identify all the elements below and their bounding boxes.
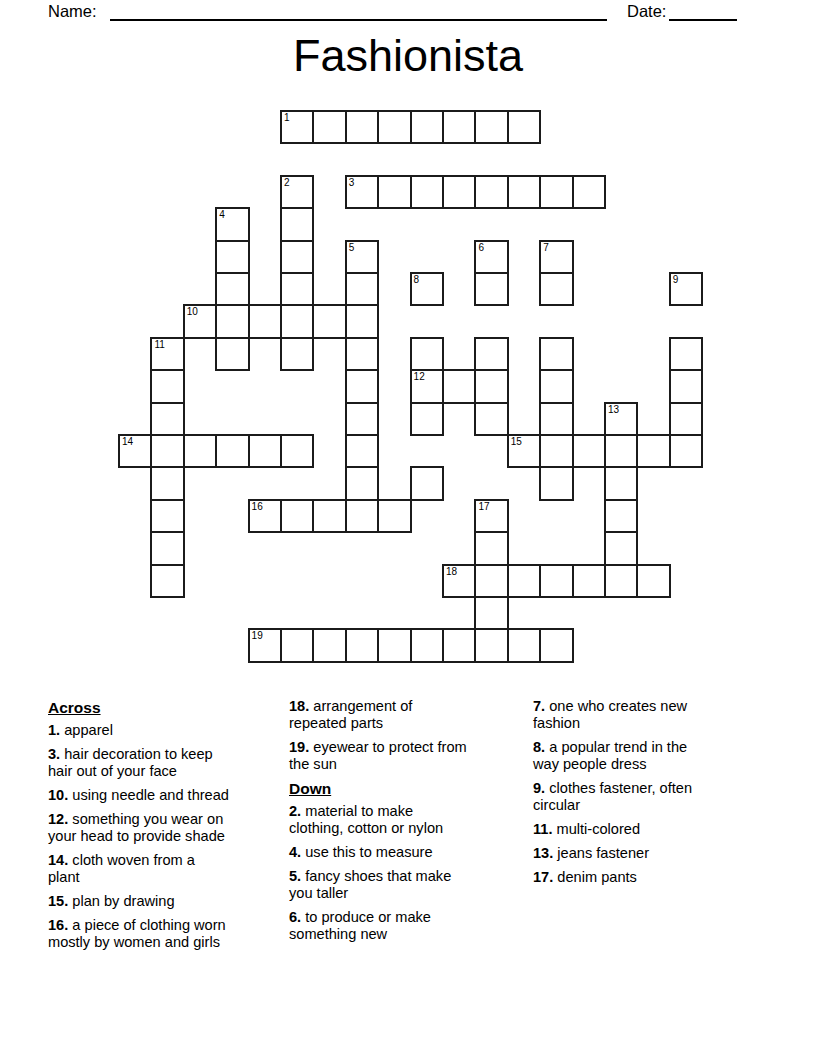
clue-text-line: plant: [48, 869, 291, 886]
grid-cell[interactable]: [636, 564, 670, 598]
cell-number: 8: [414, 274, 420, 286]
clue-text-line: your head to provide shade: [48, 828, 291, 845]
clue-text-line: 6. to produce or make: [289, 909, 532, 926]
cell-number: 18: [446, 566, 457, 578]
clue-number: 10.: [48, 787, 68, 803]
grid-cell[interactable]: [183, 434, 217, 468]
grid-cell[interactable]: [442, 369, 476, 403]
clue-down-5: 5. fancy shoes that makeyou taller: [289, 868, 532, 902]
grid-cell[interactable]: [539, 369, 573, 403]
cell-number: 12: [414, 371, 425, 383]
grid-cell[interactable]: [636, 434, 670, 468]
grid-cell[interactable]: [410, 337, 444, 371]
date-label: Date:: [627, 2, 666, 20]
clue-text-line: circular: [533, 797, 776, 814]
clue-across-3: 3. hair decoration to keephair out of yo…: [48, 746, 291, 780]
grid-cell[interactable]: [507, 628, 541, 662]
clue-number: 6.: [289, 909, 301, 925]
clue-number: 18.: [289, 698, 309, 714]
clue-across-14: 14. cloth woven from aplant: [48, 852, 291, 886]
grid-cell[interactable]: 8: [410, 272, 444, 306]
grid-cell[interactable]: [604, 531, 638, 565]
clue-text-line: repeated parts: [289, 715, 532, 732]
clue-down-4: 4. use this to measure: [289, 844, 532, 861]
grid-cell[interactable]: 10: [183, 304, 217, 338]
grid-cell[interactable]: [474, 628, 508, 662]
grid-cell[interactable]: [280, 337, 314, 371]
grid-cell[interactable]: 15: [507, 434, 541, 468]
grid-cell[interactable]: 19: [248, 628, 282, 662]
cell-number: 3: [349, 177, 355, 189]
grid-cell[interactable]: [280, 628, 314, 662]
grid-cell[interactable]: [507, 110, 541, 144]
clue-text-line: 2. material to make: [289, 803, 532, 820]
clue-number: 12.: [48, 811, 68, 827]
grid-cell[interactable]: [345, 434, 379, 468]
cell-number: 1: [284, 112, 290, 124]
grid-cell[interactable]: [280, 304, 314, 338]
grid-cell[interactable]: [539, 564, 573, 598]
grid-cell[interactable]: [410, 628, 444, 662]
grid-cell[interactable]: [539, 402, 573, 436]
clue-text-line: 3. hair decoration to keep: [48, 746, 291, 763]
clue-across-12: 12. something you wear onyour head to pr…: [48, 811, 291, 845]
clue-text-line: 17. denim pants: [533, 869, 776, 886]
crossword-grid: 12345678910111213141516171819: [118, 110, 702, 661]
date-blank-line[interactable]: [669, 19, 737, 21]
grid-cell[interactable]: [604, 434, 638, 468]
clue-text-line: mostly by women and girls: [48, 934, 291, 951]
grid-cell[interactable]: [539, 628, 573, 662]
clue-column-1: Across1. apparel3. hair decoration to ke…: [48, 698, 291, 951]
clue-number: 11.: [533, 821, 552, 837]
grid-cell[interactable]: [215, 240, 249, 274]
grid-cell[interactable]: [539, 175, 573, 209]
clue-number: 15.: [48, 893, 68, 909]
grid-cell[interactable]: [442, 175, 476, 209]
grid-cell[interactable]: 1: [280, 110, 314, 144]
cell-number: 10: [187, 306, 198, 318]
grid-cell[interactable]: [377, 175, 411, 209]
clue-text-line: 12. something you wear on: [48, 811, 291, 828]
clue-number: 8.: [533, 739, 545, 755]
grid-cell[interactable]: [669, 434, 703, 468]
clue-down-9: 9. clothes fastener, oftencircular: [533, 780, 776, 814]
clue-number: 9.: [533, 780, 545, 796]
clue-text-line: something new: [289, 926, 532, 943]
grid-cell[interactable]: [312, 499, 346, 533]
clue-column-3: 7. one who creates newfashion8. a popula…: [533, 698, 776, 886]
grid-cell[interactable]: [150, 369, 184, 403]
grid-cell[interactable]: [215, 272, 249, 306]
grid-cell[interactable]: 18: [442, 564, 476, 598]
clue-text-line: 9. clothes fastener, often: [533, 780, 776, 797]
grid-cell[interactable]: [150, 499, 184, 533]
grid-cell[interactable]: [150, 531, 184, 565]
clue-across-10: 10. using needle and thread: [48, 787, 291, 804]
grid-cell[interactable]: [572, 434, 606, 468]
grid-cell[interactable]: [377, 628, 411, 662]
clue-text-line: 7. one who creates new: [533, 698, 776, 715]
clue-across-15: 15. plan by drawing: [48, 893, 291, 910]
clue-text-line: 15. plan by drawing: [48, 893, 291, 910]
grid-cell[interactable]: 13: [604, 402, 638, 436]
clue-number: 17.: [533, 869, 553, 885]
grid-cell[interactable]: [669, 369, 703, 403]
grid-cell[interactable]: [150, 564, 184, 598]
clue-number: 19.: [289, 739, 309, 755]
cell-number: 15: [511, 436, 522, 448]
down-heading: Down: [289, 779, 532, 798]
clue-across-1: 1. apparel: [48, 722, 291, 739]
grid-cell[interactable]: 11: [150, 337, 184, 371]
across-heading: Across: [48, 698, 291, 717]
grid-cell[interactable]: [572, 175, 606, 209]
grid-cell[interactable]: 3: [345, 175, 379, 209]
cell-number: 7: [543, 242, 549, 254]
grid-cell[interactable]: [280, 272, 314, 306]
grid-cell[interactable]: [150, 402, 184, 436]
cell-number: 11: [154, 339, 164, 351]
clue-number: 14.: [48, 852, 68, 868]
name-blank-line[interactable]: [110, 19, 607, 21]
cell-number: 19: [252, 630, 263, 642]
grid-cell[interactable]: [312, 304, 346, 338]
clue-text-line: 14. cloth woven from a: [48, 852, 291, 869]
grid-cell[interactable]: [312, 110, 346, 144]
grid-cell[interactable]: 9: [669, 272, 703, 306]
cell-number: 9: [673, 274, 679, 286]
grid-cell[interactable]: 6: [474, 240, 508, 274]
clue-text-line: hair out of your face: [48, 763, 291, 780]
clue-text-line: 5. fancy shoes that make: [289, 868, 532, 885]
clue-text-line: 19. eyewear to protect from: [289, 739, 532, 756]
clue-text-line: 8. a popular trend in the: [533, 739, 776, 756]
cell-number: 17: [478, 501, 489, 513]
clue-across-16: 16. a piece of clothing wornmostly by wo…: [48, 917, 291, 951]
grid-cell[interactable]: [345, 466, 379, 500]
worksheet-page: Name: Date: Fashionista 1234567891011121…: [0, 0, 816, 1056]
grid-cell[interactable]: [539, 337, 573, 371]
grid-cell[interactable]: 7: [539, 240, 573, 274]
grid-cell[interactable]: [507, 175, 541, 209]
clue-down-11: 11. multi-colored: [533, 821, 776, 838]
clue-text-line: fashion: [533, 715, 776, 732]
grid-cell[interactable]: [248, 434, 282, 468]
clue-number: 3.: [48, 746, 60, 762]
puzzle-title: Fashionista: [0, 30, 816, 82]
grid-cell[interactable]: [669, 337, 703, 371]
clue-text-line: you taller: [289, 885, 532, 902]
clue-text-line: 11. multi-colored: [533, 821, 776, 838]
grid-cell[interactable]: [345, 304, 379, 338]
grid-cell[interactable]: [345, 402, 379, 436]
grid-cell[interactable]: [474, 564, 508, 598]
grid-cell[interactable]: [248, 304, 282, 338]
grid-cell[interactable]: [442, 110, 476, 144]
clue-text-line: the sun: [289, 756, 532, 773]
cell-number: 14: [122, 436, 133, 448]
cell-number: 13: [608, 404, 619, 416]
grid-cell[interactable]: [442, 628, 476, 662]
grid-cell[interactable]: [345, 110, 379, 144]
clue-text-line: 4. use this to measure: [289, 844, 532, 861]
grid-cell[interactable]: [474, 402, 508, 436]
grid-cell[interactable]: [410, 402, 444, 436]
grid-cell[interactable]: [669, 402, 703, 436]
grid-cell[interactable]: [410, 110, 444, 144]
grid-cell[interactable]: [280, 499, 314, 533]
grid-cell[interactable]: [474, 369, 508, 403]
grid-cell[interactable]: [604, 499, 638, 533]
grid-cell[interactable]: [150, 466, 184, 500]
clue-text-line: 18. arrangement of: [289, 698, 532, 715]
grid-cell[interactable]: [150, 434, 184, 468]
grid-cell[interactable]: [474, 337, 508, 371]
clue-number: 13.: [533, 845, 553, 861]
grid-cell[interactable]: [474, 175, 508, 209]
cell-number: 2: [284, 177, 290, 189]
clue-down-8: 8. a popular trend in theway people dres…: [533, 739, 776, 773]
grid-cell[interactable]: 17: [474, 499, 508, 533]
clue-down-6: 6. to produce or makesomething new: [289, 909, 532, 943]
grid-cell[interactable]: [474, 531, 508, 565]
clue-column-2: 18. arrangement ofrepeated parts19. eyew…: [289, 698, 532, 943]
grid-cell[interactable]: 14: [118, 434, 152, 468]
clue-text-line: clothing, cotton or nylon: [289, 820, 532, 837]
grid-cell[interactable]: [345, 369, 379, 403]
grid-cell[interactable]: [507, 564, 541, 598]
grid-cell[interactable]: 5: [345, 240, 379, 274]
clue-across-18: 18. arrangement ofrepeated parts: [289, 698, 532, 732]
clue-text-line: 13. jeans fastener: [533, 845, 776, 862]
name-label: Name:: [48, 2, 97, 20]
cell-number: 5: [349, 242, 355, 254]
grid-cell[interactable]: [345, 337, 379, 371]
grid-cell[interactable]: [604, 466, 638, 500]
clue-number: 2.: [289, 803, 301, 819]
grid-cell[interactable]: [345, 628, 379, 662]
grid-cell[interactable]: [604, 564, 638, 598]
grid-cell[interactable]: [572, 564, 606, 598]
grid-cell[interactable]: [280, 434, 314, 468]
grid-cell[interactable]: [345, 272, 379, 306]
grid-cell[interactable]: [410, 175, 444, 209]
grid-cell[interactable]: [474, 272, 508, 306]
grid-cell[interactable]: [312, 628, 346, 662]
cell-number: 4: [219, 209, 225, 221]
grid-cell[interactable]: 2: [280, 175, 314, 209]
grid-cell[interactable]: 12: [410, 369, 444, 403]
clue-text-line: way people dress: [533, 756, 776, 773]
grid-cell[interactable]: [215, 337, 249, 371]
grid-cell[interactable]: [474, 110, 508, 144]
grid-cell[interactable]: [410, 466, 444, 500]
grid-cell[interactable]: 16: [248, 499, 282, 533]
clue-number: 4.: [289, 844, 301, 860]
grid-cell[interactable]: [280, 207, 314, 241]
grid-cell[interactable]: [215, 434, 249, 468]
grid-cell[interactable]: [539, 272, 573, 306]
grid-cell[interactable]: [345, 499, 379, 533]
clue-number: 5.: [289, 868, 301, 884]
clue-down-13: 13. jeans fastener: [533, 845, 776, 862]
grid-cell[interactable]: [215, 304, 249, 338]
clue-down-2: 2. material to makeclothing, cotton or n…: [289, 803, 532, 837]
clue-number: 1.: [48, 722, 60, 738]
clue-number: 16.: [48, 917, 68, 933]
clue-down-7: 7. one who creates newfashion: [533, 698, 776, 732]
cell-number: 6: [478, 242, 484, 254]
grid-cell[interactable]: [377, 110, 411, 144]
grid-cell[interactable]: [474, 596, 508, 630]
cell-number: 16: [252, 501, 263, 513]
clue-down-17: 17. denim pants: [533, 869, 776, 886]
clue-across-19: 19. eyewear to protect fromthe sun: [289, 739, 532, 773]
grid-cell[interactable]: [280, 240, 314, 274]
clue-number: 7.: [533, 698, 545, 714]
grid-cell[interactable]: [539, 434, 573, 468]
clue-text-line: 1. apparel: [48, 722, 291, 739]
grid-cell[interactable]: [539, 466, 573, 500]
grid-cell[interactable]: [377, 499, 411, 533]
clue-text-line: 10. using needle and thread: [48, 787, 291, 804]
clue-text-line: 16. a piece of clothing worn: [48, 917, 291, 934]
grid-cell[interactable]: 4: [215, 207, 249, 241]
